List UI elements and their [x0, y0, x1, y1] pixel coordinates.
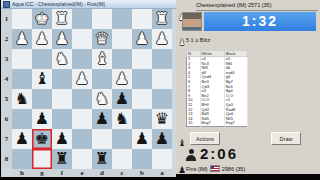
window-titlebar[interactable]: Aqua ICC - Chessexplained(IM) - Fins(IM): [1, 0, 176, 9]
square-a8[interactable]: [152, 149, 172, 169]
file-labels: hgfedcba: [12, 169, 172, 177]
black-knight: ♞: [12, 89, 32, 109]
white-rook: ♜: [152, 9, 172, 29]
white-pawn: ♟: [72, 69, 92, 89]
square-d1[interactable]: [92, 9, 112, 29]
bottom-player-clock: 2:06: [200, 145, 280, 162]
file-label-e: e: [72, 169, 92, 177]
black-pawn: ♟: [132, 129, 152, 149]
square-d2[interactable]: ♛: [92, 29, 112, 49]
rank-label-7: 7: [1, 129, 12, 149]
square-e5[interactable]: [72, 89, 92, 109]
black-pawn: ♟: [52, 129, 72, 149]
us-flag-icon: [210, 165, 220, 172]
game-panel: ♟ ♝ ♝ ♟ Chessexplained (IM) 2571 (35) 1:…: [176, 0, 320, 180]
square-e4[interactable]: ♟: [72, 69, 92, 89]
black-rook: ♜: [92, 149, 112, 169]
square-b8[interactable]: [132, 149, 152, 169]
square-a6[interactable]: ♛: [152, 109, 172, 129]
square-c3[interactable]: [112, 49, 132, 69]
square-a5[interactable]: [152, 89, 172, 109]
square-d3[interactable]: ♝: [92, 49, 112, 69]
square-d7[interactable]: [92, 129, 112, 149]
file-label-d: d: [92, 169, 112, 177]
black-pawn: ♟: [152, 129, 172, 149]
square-f6[interactable]: [52, 109, 72, 129]
square-a4[interactable]: [152, 69, 172, 89]
app-icon: [3, 1, 10, 8]
black-knight: ♞: [112, 109, 132, 129]
square-b4[interactable]: [132, 69, 152, 89]
bottom-black-bar-left: [1, 177, 176, 180]
white-pawn: ♟: [12, 29, 32, 49]
square-c5[interactable]: ♟: [112, 89, 132, 109]
square-c2[interactable]: [112, 29, 132, 49]
board: ♚♜♜♟♟♟♛♟♟♞♝♝♟♟♞♞♟♟♟♞♛♟♚♟♟♟♜♜: [12, 9, 172, 169]
square-b7[interactable]: ♟: [132, 129, 152, 149]
square-e7[interactable]: [72, 129, 92, 149]
board-window: Aqua ICC - Chessexplained(IM) - Fins(IM)…: [1, 0, 176, 180]
rank-label-3: 3: [1, 49, 12, 69]
square-b2[interactable]: ♟: [132, 29, 152, 49]
square-f8[interactable]: ♜: [52, 149, 72, 169]
file-label-g: g: [32, 169, 52, 177]
square-g8[interactable]: [32, 149, 52, 169]
move-row-15: 15Bxg7Kxg7: [187, 121, 248, 126]
black-pawn: ♟: [92, 109, 112, 129]
square-f2[interactable]: ♟: [52, 29, 72, 49]
draw-button[interactable]: Draw: [271, 132, 301, 145]
black-king: ♚: [32, 129, 52, 149]
square-g4[interactable]: ♝: [32, 69, 52, 89]
square-h4[interactable]: [12, 69, 32, 89]
white-pawn: ♟: [152, 29, 172, 49]
square-a1[interactable]: ♜: [152, 9, 172, 29]
white-bishop: ♝: [92, 49, 112, 69]
bottom-player-handle: Fins (IM): [186, 166, 208, 172]
square-h1[interactable]: [12, 9, 32, 29]
white-knight: ♞: [52, 49, 72, 69]
square-e6[interactable]: [72, 109, 92, 129]
square-b5[interactable]: [132, 89, 152, 109]
file-label-f: f: [52, 169, 72, 177]
screen: Aqua ICC - Chessexplained(IM) - Fins(IM)…: [0, 0, 320, 180]
square-c4[interactable]: ♟: [112, 69, 132, 89]
square-c1[interactable]: [112, 9, 132, 29]
square-d8[interactable]: ♜: [92, 149, 112, 169]
square-h5[interactable]: ♞: [12, 89, 32, 109]
square-e1[interactable]: [72, 9, 92, 29]
square-g2[interactable]: ♟: [32, 29, 52, 49]
white-rook: ♜: [52, 9, 72, 29]
file-label-a: a: [152, 169, 172, 177]
square-b3[interactable]: [132, 49, 152, 69]
rank-label-4: 4: [1, 69, 12, 89]
white-king: ♚: [32, 9, 52, 29]
square-b1[interactable]: [132, 9, 152, 29]
square-e3[interactable]: [72, 49, 92, 69]
square-h6[interactable]: [12, 109, 32, 129]
square-g3[interactable]: [32, 49, 52, 69]
bottom-black-bar-right: [176, 174, 320, 180]
white-pawn: ♟: [52, 29, 72, 49]
square-h3[interactable]: [12, 49, 32, 69]
file-label-c: c: [112, 169, 132, 177]
square-f5[interactable]: [52, 89, 72, 109]
square-e2[interactable]: [72, 29, 92, 49]
file-label-b: b: [132, 169, 152, 177]
square-c6[interactable]: ♞: [112, 109, 132, 129]
square-h2[interactable]: ♟: [12, 29, 32, 49]
square-h8[interactable]: [12, 149, 32, 169]
person-icon: [186, 149, 196, 161]
square-f4[interactable]: [52, 69, 72, 89]
square-a2[interactable]: ♟: [152, 29, 172, 49]
black-bishop-icon: ♝: [177, 137, 187, 149]
window-title: Aqua ICC - Chessexplained(IM) - Fins(IM): [12, 1, 105, 7]
rank-label-2: 2: [1, 29, 12, 49]
black-rook: ♜: [52, 149, 72, 169]
bottom-player-name: Fins (IM) 2986 (35): [186, 165, 316, 172]
white-queen: ♛: [92, 29, 112, 49]
square-c7[interactable]: [112, 129, 132, 149]
square-g5[interactable]: [32, 89, 52, 109]
rank-label-5: 5: [1, 89, 12, 109]
rank-label-1: 1: [1, 9, 12, 29]
rank-label-6: 6: [1, 109, 12, 129]
actions-button[interactable]: Actions: [190, 132, 220, 145]
square-f7[interactable]: ♟: [52, 129, 72, 149]
black-bishop: ♝: [32, 69, 52, 89]
square-g1[interactable]: ♚: [32, 9, 52, 29]
game-info-label: 5 1 u Blitz: [186, 37, 316, 43]
square-a7[interactable]: ♟: [152, 129, 172, 149]
move-list[interactable]: NWhiteBlack 1c4e52Nc3Nf63Nf3d64d4exd45Qx…: [186, 50, 248, 127]
square-e8[interactable]: [72, 149, 92, 169]
square-f3[interactable]: ♞: [52, 49, 72, 69]
square-b6[interactable]: [132, 109, 152, 129]
top-player-avatar: [182, 12, 202, 31]
white-pawn: ♟: [132, 29, 152, 49]
square-g7[interactable]: ♚: [32, 129, 52, 149]
top-player-clock: 1:32: [204, 12, 316, 31]
square-h7[interactable]: ♟: [12, 129, 32, 149]
rank-label-8: 8: [1, 149, 12, 169]
black-pawn: ♟: [112, 89, 132, 109]
black-pawn: ♟: [12, 129, 32, 149]
rank-labels: 12345678: [1, 9, 12, 169]
white-knight: ♞: [92, 89, 112, 109]
black-queen: ♛: [152, 109, 172, 129]
white-pawn: ♟: [112, 69, 132, 89]
bottom-player-rating: 2986 (35): [222, 166, 246, 172]
square-d4[interactable]: [92, 69, 112, 89]
square-g6[interactable]: ♟: [32, 109, 52, 129]
top-player-name: Chessexplained (IM) 2571 (35): [196, 2, 318, 11]
square-f1[interactable]: ♜: [52, 9, 72, 29]
black-pawn: ♟: [32, 109, 52, 129]
square-c8[interactable]: [112, 149, 132, 169]
file-label-h: h: [12, 169, 32, 177]
square-a3[interactable]: [152, 49, 172, 69]
square-d6[interactable]: ♟: [92, 109, 112, 129]
white-pawn: ♟: [32, 29, 52, 49]
square-d5[interactable]: ♞: [92, 89, 112, 109]
